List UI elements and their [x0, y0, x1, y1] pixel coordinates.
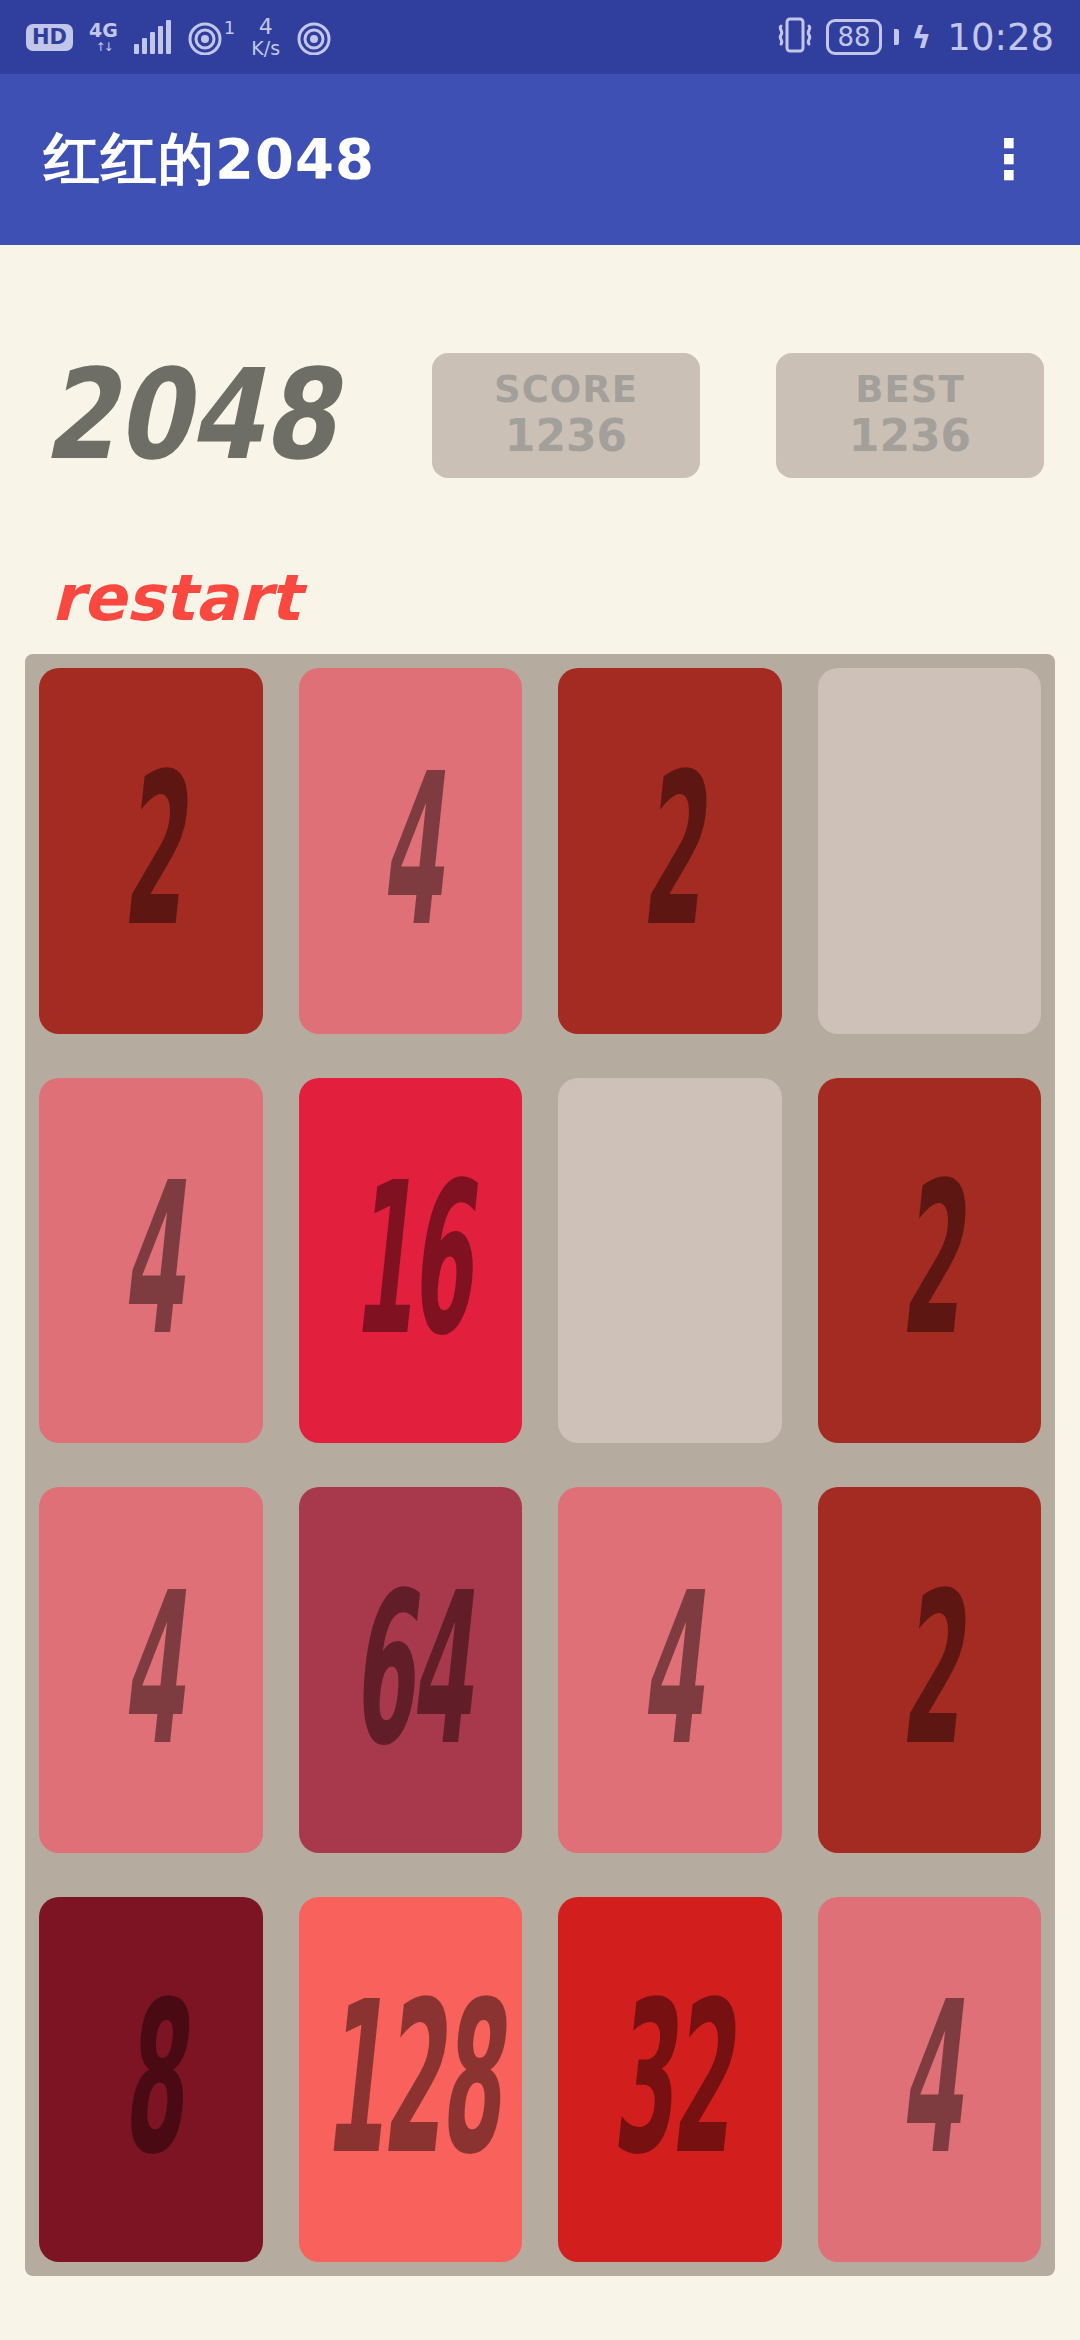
signal-strength-icon — [134, 20, 171, 54]
tile-r1c1: 16 — [299, 1078, 523, 1444]
app-bar: 红红的2048 ⋮ — [0, 74, 1080, 245]
tile-r3c2: 32 — [558, 1897, 782, 2263]
tile-r1c0: 4 — [39, 1078, 263, 1444]
clock-time: 10:28 — [947, 16, 1054, 59]
tile-number: 4 — [122, 1155, 180, 1365]
network-4g-icon: 4G ↑↓ — [89, 21, 118, 53]
tile-number: 4 — [122, 1565, 180, 1775]
tile-number: 4 — [381, 746, 439, 956]
hotspot-icon: 1 — [187, 19, 235, 55]
score-value: 1236 — [505, 411, 627, 462]
tile-r2c3: 2 — [818, 1487, 1042, 1853]
tile-r3c3: 4 — [818, 1897, 1042, 2263]
battery-nub — [894, 29, 899, 45]
tile-r3c1: 128 — [299, 1897, 523, 2263]
best-box: BEST 1236 — [776, 353, 1044, 478]
tile-r0c0: 2 — [39, 668, 263, 1034]
tile-r0c1: 4 — [299, 668, 523, 1034]
hotspot-icon-2 — [296, 19, 332, 55]
tile-r0c2: 2 — [558, 668, 782, 1034]
game-board[interactable]: 2 4 2 4 16 2 4 64 4 2 8 128 32 4 — [25, 654, 1055, 2276]
best-value: 1236 — [849, 411, 971, 462]
status-left-group: HD 4G ↑↓ 1 4 K/s — [26, 15, 332, 58]
tile-number: 64 — [352, 1565, 468, 1775]
hotspot-count-badge: 1 — [224, 19, 235, 37]
game-content: 2048 SCORE 1236 BEST 1236 restart 2 4 2 … — [0, 350, 1080, 2276]
app-title: 红红的2048 — [44, 122, 375, 198]
restart-button[interactable]: restart — [51, 566, 300, 630]
tile-r0c3 — [818, 668, 1042, 1034]
overflow-menu-icon[interactable]: ⋮ — [968, 122, 1050, 197]
tile-number: 32 — [612, 1974, 728, 2184]
tile-number: 128 — [323, 1974, 497, 2184]
speed-unit: K/s — [251, 39, 280, 59]
game-logo: 2048 — [43, 350, 335, 480]
best-label: BEST — [855, 369, 964, 412]
tile-r3c0: 8 — [39, 1897, 263, 2263]
tile-number: 4 — [641, 1565, 699, 1775]
speed-value: 4 — [259, 15, 273, 38]
tile-r1c3: 2 — [818, 1078, 1042, 1444]
battery-icon: 88 — [826, 19, 881, 55]
tile-number: 2 — [900, 1155, 958, 1365]
updown-arrows-icon: ↑↓ — [95, 41, 111, 53]
status-right-group: 88 ϟ 10:28 — [774, 13, 1054, 61]
vibrate-icon — [774, 13, 816, 61]
tile-number: 8 — [122, 1974, 180, 2184]
status-bar: HD 4G ↑↓ 1 4 K/s — [0, 0, 1080, 74]
tile-r2c1: 64 — [299, 1487, 523, 1853]
game-header: 2048 SCORE 1236 BEST 1236 — [25, 350, 1055, 480]
network-speed: 4 K/s — [251, 15, 280, 58]
score-boxes: SCORE 1236 BEST 1236 — [432, 353, 1044, 478]
tile-number: 2 — [900, 1565, 958, 1775]
charging-bolt-icon: ϟ — [912, 20, 932, 55]
score-label: SCORE — [494, 369, 638, 412]
network-type-label: 4G — [89, 21, 118, 40]
tile-number: 2 — [641, 746, 699, 956]
hd-icon: HD — [26, 24, 73, 51]
tile-number: 2 — [122, 746, 180, 956]
score-box: SCORE 1236 — [432, 353, 700, 478]
tile-r2c0: 4 — [39, 1487, 263, 1853]
tile-number: 4 — [900, 1974, 958, 2184]
tile-r2c2: 4 — [558, 1487, 782, 1853]
tile-r1c2 — [558, 1078, 782, 1444]
battery-percent: 88 — [837, 22, 870, 52]
tile-number: 16 — [352, 1155, 468, 1365]
